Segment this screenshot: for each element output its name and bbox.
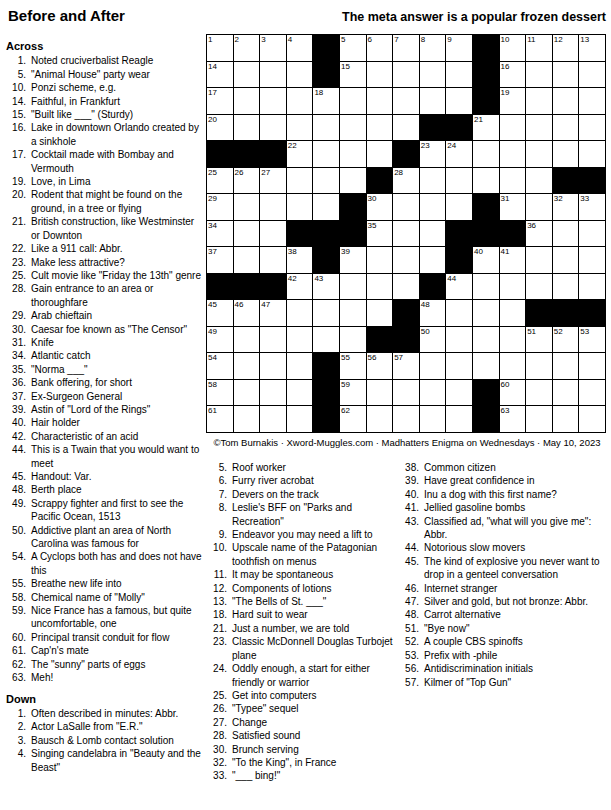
grid-cell[interactable]: 4 [287, 35, 313, 61]
clue-number: 24. [207, 662, 232, 689]
clue: 28.Gain entrance to an area or thoroughf… [6, 282, 204, 309]
grid-cell[interactable] [553, 221, 579, 247]
grid-cell[interactable] [473, 168, 499, 194]
clue: 36.Bank offering, for short [6, 376, 204, 389]
clue: 20.Rodent that might be found on the gro… [6, 188, 204, 215]
grid-cell[interactable] [234, 221, 260, 247]
clue-number: 37. [6, 390, 31, 403]
grid-cell[interactable] [473, 327, 499, 353]
grid-cell[interactable]: 39 [340, 247, 366, 273]
clue-number: 3. [6, 734, 31, 747]
cell-number: 34 [208, 221, 217, 230]
grid-cell[interactable]: 46 [234, 300, 260, 326]
grid-cell[interactable] [340, 88, 366, 114]
grid-cell[interactable]: 42 [287, 274, 313, 300]
clue-number: 48. [399, 608, 424, 621]
grid-cell[interactable] [287, 194, 313, 220]
cell-number: 58 [208, 380, 217, 389]
grid-cell[interactable] [287, 353, 313, 379]
grid-cell[interactable] [313, 168, 339, 194]
clue: 45.Handout: Var. [6, 470, 204, 483]
grid-cell[interactable] [340, 115, 366, 141]
grid-cell[interactable] [313, 327, 339, 353]
grid-cell[interactable] [446, 327, 472, 353]
grid-cell[interactable] [420, 168, 446, 194]
grid-cell[interactable]: 38 [287, 247, 313, 273]
grid-cell[interactable] [526, 274, 552, 300]
grid-cell[interactable] [579, 141, 605, 167]
grid-cell-black [473, 35, 499, 61]
grid-cell[interactable] [287, 62, 313, 88]
grid-cell[interactable]: 60 [500, 380, 526, 406]
grid-cell[interactable] [367, 274, 393, 300]
clue-number: 39. [399, 474, 424, 487]
clue-number: 46. [399, 582, 424, 595]
clue: 27.Change [207, 716, 399, 729]
grid-cell[interactable] [446, 300, 472, 326]
clue: 56.Antidiscrimination initials [399, 662, 611, 675]
clue: 15."Built like ___" (Sturdy) [6, 108, 204, 121]
grid-cell-black [579, 168, 605, 194]
cell-number: 57 [394, 353, 403, 362]
grid-cell[interactable] [420, 406, 446, 432]
grid-cell[interactable]: 54 [207, 353, 233, 379]
grid-cell[interactable] [367, 406, 393, 432]
grid-cell[interactable]: 50 [420, 327, 446, 353]
grid-cell[interactable] [579, 62, 605, 88]
grid-cell[interactable] [340, 274, 366, 300]
grid-cell[interactable] [367, 247, 393, 273]
clue-number: 6. [207, 474, 232, 487]
grid-cell-black [473, 88, 499, 114]
grid-cell[interactable]: 31 [500, 194, 526, 220]
grid-cell[interactable] [446, 62, 472, 88]
grid-cell[interactable] [393, 62, 419, 88]
grid-cell[interactable]: 3 [260, 35, 286, 61]
cell-number: 4 [288, 35, 292, 44]
clue-text: Change [232, 716, 399, 729]
grid-cell[interactable]: 21 [473, 115, 499, 141]
clue-number: 42. [6, 430, 31, 443]
grid-cell[interactable] [393, 88, 419, 114]
grid-cell[interactable]: 57 [393, 353, 419, 379]
grid-cell[interactable]: 61 [207, 406, 233, 432]
grid-cell[interactable]: 19 [500, 88, 526, 114]
grid-cell[interactable]: 32 [553, 194, 579, 220]
grid-cell[interactable]: 8 [420, 35, 446, 61]
grid-cell[interactable] [287, 115, 313, 141]
clue: 38.Common citizen [399, 461, 611, 474]
cell-number: 6 [368, 35, 372, 44]
clue-text: Hard suit to wear [232, 608, 399, 621]
grid-cell[interactable]: 13 [579, 35, 605, 61]
down-header: Down [6, 693, 204, 706]
grid-cell-black [526, 300, 552, 326]
grid-cell[interactable] [420, 194, 446, 220]
grid-cell[interactable] [313, 115, 339, 141]
grid-cell[interactable] [260, 380, 286, 406]
clue-text: Astin of "Lord of the Rings" [31, 403, 204, 416]
grid-cell[interactable]: 1 [207, 35, 233, 61]
clue: 24.Oddly enough, a start for either frie… [207, 662, 399, 689]
clue-number: 5. [6, 68, 31, 81]
grid-cell[interactable] [579, 380, 605, 406]
grid-cell[interactable]: 43 [313, 274, 339, 300]
grid-cell-black [313, 35, 339, 61]
grid-cell[interactable]: 20 [207, 115, 233, 141]
grid-cell[interactable]: 56 [367, 353, 393, 379]
grid-cell[interactable]: 51 [526, 327, 552, 353]
grid-cell[interactable]: 48 [420, 300, 446, 326]
clue-number: 35. [6, 363, 31, 376]
grid-cell[interactable] [260, 353, 286, 379]
grid-cell[interactable] [500, 300, 526, 326]
grid-cell[interactable]: 35 [367, 221, 393, 247]
clue: 17.Cocktail made with Bombay and Vermout… [6, 148, 204, 175]
cell-number: 15 [341, 62, 350, 71]
grid-cell[interactable] [553, 380, 579, 406]
cell-number: 50 [421, 327, 430, 336]
grid-cell[interactable] [473, 300, 499, 326]
grid-cell[interactable] [420, 247, 446, 273]
meta-answer-note: The meta answer is a popular frozen dess… [342, 10, 606, 24]
grid-cell[interactable] [500, 353, 526, 379]
clue: 23.Classic McDonnell Douglas Turbojet pl… [207, 635, 399, 662]
grid-cell[interactable] [234, 88, 260, 114]
grid-cell[interactable] [367, 88, 393, 114]
cell-number: 10 [501, 35, 510, 44]
grid-cell[interactable]: 36 [526, 221, 552, 247]
clue: 62.The "sunny" parts of eggs [6, 658, 204, 671]
grid-cell[interactable] [446, 88, 472, 114]
clue-text: Often described in minutes: Abbr. [31, 707, 204, 720]
grid-cell-black [313, 247, 339, 273]
clue-number: 4. [6, 747, 31, 774]
clue-number: 28. [207, 729, 232, 742]
clue-number: 49. [6, 497, 31, 524]
grid-cell[interactable] [553, 62, 579, 88]
grid-cell[interactable] [553, 141, 579, 167]
clue-text: "To the King", in France [232, 756, 399, 769]
grid-cell[interactable] [393, 274, 419, 300]
grid-cell[interactable] [579, 115, 605, 141]
crossword-grid: 1234567891011121314151617181920212223242… [206, 34, 606, 433]
clue-text: Get into computers [232, 689, 399, 702]
grid-cell[interactable] [473, 141, 499, 167]
clue: 49.Scrappy fighter and first to see the … [6, 497, 204, 524]
clue-number: 30. [207, 743, 232, 756]
clue-text: Make less attractive? [31, 256, 204, 269]
grid-cell[interactable]: 18 [313, 88, 339, 114]
clue-text: Caesar foe known as "The Censor" [31, 323, 204, 336]
grid-cell[interactable] [260, 88, 286, 114]
cell-number: 7 [394, 35, 398, 44]
grid-cell[interactable] [234, 62, 260, 88]
grid-cell[interactable]: 52 [553, 327, 579, 353]
grid-cell[interactable] [420, 221, 446, 247]
clue-number: 5. [207, 461, 232, 474]
clue: 57.Kilmer of "Top Gun" [399, 676, 611, 689]
cell-number: 54 [208, 353, 217, 362]
clue-text: Ponzi scheme, e.g. [31, 81, 204, 94]
grid-cell[interactable]: 10 [500, 35, 526, 61]
clue-text: Scrappy fighter and first to see the Pac… [31, 497, 204, 524]
grid-cell[interactable] [313, 141, 339, 167]
clue: 51."Bye now" [399, 622, 611, 635]
grid-cell[interactable] [579, 353, 605, 379]
grid-cell[interactable] [367, 300, 393, 326]
grid-cell[interactable] [287, 327, 313, 353]
grid-cell[interactable] [500, 274, 526, 300]
grid-cell[interactable]: 33 [579, 194, 605, 220]
grid-cell[interactable]: 62 [340, 406, 366, 432]
grid-cell[interactable]: 41 [500, 247, 526, 273]
clue-text: Arab chieftain [31, 309, 204, 322]
grid-cell[interactable]: 34 [207, 221, 233, 247]
clue: 35."Norma ___" [6, 363, 204, 376]
grid-cell[interactable] [340, 168, 366, 194]
grid-cell[interactable]: 49 [207, 327, 233, 353]
grid-cell[interactable]: 29 [207, 194, 233, 220]
clue-text: Internet stranger [424, 582, 611, 595]
grid-cell[interactable]: 25 [207, 168, 233, 194]
clue: 5."Animal House" party wear [6, 68, 204, 81]
grid-cell[interactable] [526, 88, 552, 114]
clue-text: Classified ad, "what will you give me": … [424, 515, 611, 542]
grid-cell[interactable] [526, 168, 552, 194]
grid-cell-black [313, 380, 339, 406]
grid-cell[interactable] [579, 221, 605, 247]
grid-cell-black [393, 141, 419, 167]
grid-cell[interactable] [367, 62, 393, 88]
cell-number: 23 [421, 141, 430, 150]
grid-cell[interactable] [446, 194, 472, 220]
cell-number: 12 [554, 35, 563, 44]
clue-text: Jellied gasoline bombs [424, 501, 611, 514]
grid-cell[interactable] [287, 300, 313, 326]
grid-cell[interactable] [260, 327, 286, 353]
grid-cell[interactable]: 2 [234, 35, 260, 61]
grid-cell[interactable] [260, 115, 286, 141]
grid-cell-black [260, 274, 286, 300]
grid-cell[interactable] [579, 406, 605, 432]
grid-cell[interactable] [526, 247, 552, 273]
grid-cell[interactable] [367, 380, 393, 406]
clue-number: 23. [207, 635, 232, 662]
grid-cell[interactable] [446, 380, 472, 406]
clue-text: Components of lotions [232, 582, 399, 595]
grid-cell[interactable] [393, 380, 419, 406]
grid-cell[interactable]: 12 [553, 35, 579, 61]
grid-cell[interactable] [234, 247, 260, 273]
cell-number: 59 [341, 380, 350, 389]
cell-number: 61 [208, 406, 217, 415]
grid-cell[interactable]: 16 [500, 62, 526, 88]
grid-cell[interactable] [420, 353, 446, 379]
grid-cell[interactable] [234, 380, 260, 406]
cell-number: 19 [501, 88, 510, 97]
grid-cell[interactable] [446, 353, 472, 379]
grid-cell[interactable] [526, 141, 552, 167]
clue-text: Classic McDonnell Douglas Turbojet plane [232, 635, 399, 662]
grid-cell[interactable]: 11 [526, 35, 552, 61]
clue: 45.The kind of explosive you never want … [399, 555, 611, 582]
grid-cell[interactable] [500, 141, 526, 167]
grid-cell[interactable] [313, 300, 339, 326]
clue: 14.Faithful, in Frankfurt [6, 95, 204, 108]
clue: 30.Caesar foe known as "The Censor" [6, 323, 204, 336]
grid-cell[interactable]: 5 [340, 35, 366, 61]
grid-cell[interactable]: 30 [367, 194, 393, 220]
cell-number: 30 [368, 194, 377, 203]
clues-column-left: Across 1.Noted cruciverbalist Reagle5."A… [6, 40, 204, 774]
grid-cell[interactable] [553, 115, 579, 141]
grid-cell[interactable]: 63 [500, 406, 526, 432]
clue-text: "Bye now" [424, 622, 611, 635]
grid-cell[interactable]: 14 [207, 62, 233, 88]
grid-cell[interactable]: 40 [473, 247, 499, 273]
cell-number: 43 [314, 274, 323, 283]
grid-cell[interactable] [526, 406, 552, 432]
clue-text: Bausch & Lomb contact solution [31, 734, 204, 747]
clue-number: 22. [6, 242, 31, 255]
grid-cell[interactable]: 55 [340, 353, 366, 379]
grid-cell[interactable] [526, 194, 552, 220]
clue-text: Love, in Lima [31, 175, 204, 188]
grid-cell[interactable] [260, 406, 286, 432]
grid-cell[interactable] [393, 221, 419, 247]
grid-cell[interactable] [500, 115, 526, 141]
grid-cell[interactable] [553, 406, 579, 432]
clue-text: Like a 911 call: Abbr. [31, 242, 204, 255]
clue-text: A Cyclops both has and does not have thi… [31, 550, 204, 577]
grid-cell[interactable]: 47 [260, 300, 286, 326]
grid-cell[interactable]: 45 [207, 300, 233, 326]
clue-number: 59. [6, 604, 31, 631]
grid-cell[interactable] [340, 141, 366, 167]
grid-cell[interactable] [367, 141, 393, 167]
grid-cell[interactable]: 44 [446, 274, 472, 300]
grid-cell[interactable] [420, 62, 446, 88]
clue-number: 54. [6, 550, 31, 577]
grid-cell[interactable] [579, 247, 605, 273]
grid-cell[interactable] [473, 353, 499, 379]
grid-cell[interactable] [234, 406, 260, 432]
clue: 44.This is a Twain that you would want t… [6, 443, 204, 470]
grid-cell[interactable]: 22 [287, 141, 313, 167]
grid-cell[interactable] [500, 168, 526, 194]
grid-cell[interactable] [553, 353, 579, 379]
grid-cell[interactable] [526, 62, 552, 88]
clue-number: 33. [207, 769, 232, 782]
grid-cell[interactable] [579, 88, 605, 114]
grid-cell[interactable]: 58 [207, 380, 233, 406]
grid-cell-black [287, 221, 313, 247]
grid-cell[interactable]: 24 [446, 141, 472, 167]
grid-cell[interactable] [526, 380, 552, 406]
grid-cell-black [553, 300, 579, 326]
grid-cell[interactable] [473, 274, 499, 300]
grid-cell[interactable]: 17 [207, 88, 233, 114]
grid-cell[interactable] [393, 115, 419, 141]
grid-cell[interactable] [287, 168, 313, 194]
grid-cell[interactable] [313, 194, 339, 220]
grid-cell[interactable] [260, 247, 286, 273]
clue-text: Cocktail made with Bombay and Vermouth [31, 148, 204, 175]
grid-cell[interactable]: 6 [367, 35, 393, 61]
grid-cell[interactable] [446, 168, 472, 194]
grid-cell-black [313, 62, 339, 88]
grid-cell[interactable] [579, 274, 605, 300]
clue-text: Atlantic catch [31, 349, 204, 362]
grid-cell[interactable] [420, 380, 446, 406]
grid-cell-black [446, 221, 472, 247]
clue: 47.Silver and gold, but not bronze: Abbr… [399, 595, 611, 608]
clue-text: Nice France has a famous, but quite unco… [31, 604, 204, 631]
clue: 6.Furry river acrobat [207, 474, 399, 487]
grid-cell[interactable]: 7 [393, 35, 419, 61]
grid-cell[interactable] [234, 327, 260, 353]
grid-cell[interactable] [526, 353, 552, 379]
grid-cell[interactable]: 37 [207, 247, 233, 273]
grid-cell[interactable]: 27 [260, 168, 286, 194]
cell-number: 29 [208, 194, 217, 203]
clue: 29.Arab chieftain [6, 309, 204, 322]
clue-text: Addictive plant an area of North Carolin… [31, 524, 204, 551]
grid-cell[interactable] [234, 115, 260, 141]
grid-cell[interactable] [287, 380, 313, 406]
clue: 48.Carrot alternative [399, 608, 611, 621]
grid-cell[interactable] [367, 115, 393, 141]
grid-cell[interactable]: 53 [579, 327, 605, 353]
grid-cell[interactable] [553, 88, 579, 114]
grid-cell[interactable] [260, 62, 286, 88]
clue-number: 57. [399, 676, 424, 689]
grid-cell[interactable] [393, 194, 419, 220]
grid-cell-black [473, 221, 499, 247]
clue-text: Cap'n's mate [31, 644, 204, 657]
grid-cell[interactable] [393, 247, 419, 273]
cell-number: 40 [474, 247, 483, 256]
clue-number: 29. [6, 309, 31, 322]
grid-cell[interactable] [260, 194, 286, 220]
grid-cell[interactable] [287, 88, 313, 114]
grid-cell[interactable] [340, 300, 366, 326]
grid-cell[interactable] [420, 88, 446, 114]
grid-cell[interactable] [234, 353, 260, 379]
grid-cell[interactable]: 15 [340, 62, 366, 88]
grid-cell[interactable] [340, 327, 366, 353]
cell-number: 17 [208, 88, 217, 97]
grid-cell[interactable] [553, 274, 579, 300]
grid-cell[interactable] [500, 327, 526, 353]
grid-cell[interactable] [287, 406, 313, 432]
grid-cell[interactable] [553, 247, 579, 273]
grid-cell[interactable] [393, 406, 419, 432]
clue-number: 47. [399, 595, 424, 608]
grid-cell[interactable]: 28 [393, 168, 419, 194]
grid-cell[interactable]: 26 [234, 168, 260, 194]
grid-cell[interactable] [234, 194, 260, 220]
grid-cell[interactable]: 59 [340, 380, 366, 406]
clue-number: 41. [399, 501, 424, 514]
grid-cell[interactable] [446, 406, 472, 432]
grid-cell[interactable]: 9 [446, 35, 472, 61]
grid-cell[interactable]: 23 [420, 141, 446, 167]
grid-cell[interactable] [526, 115, 552, 141]
grid-cell[interactable] [260, 221, 286, 247]
clue: 60.Principal transit conduit for flow [6, 631, 204, 644]
